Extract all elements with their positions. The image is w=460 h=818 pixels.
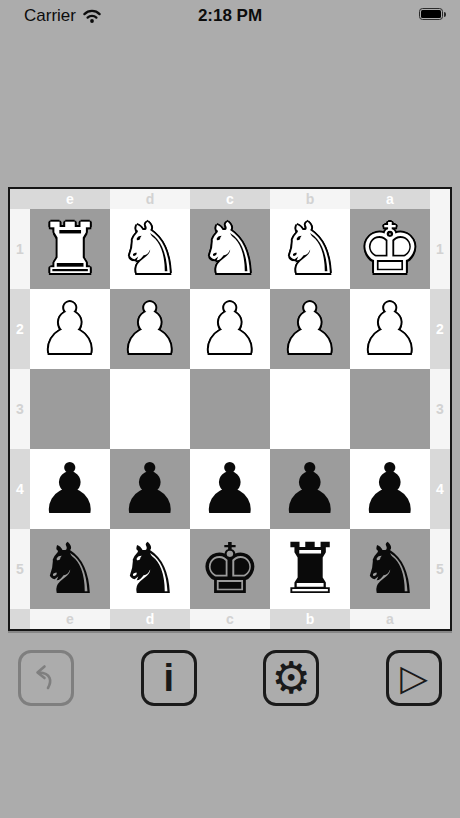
square-b2[interactable]: ♟	[270, 289, 350, 369]
piece-white-knight: ♞	[119, 209, 182, 289]
square-e4[interactable]: ♟	[30, 449, 110, 529]
rank-label-5: 5	[10, 529, 30, 609]
toolbar: i ⚙ ▷	[18, 649, 442, 706]
gear-icon: ⚙	[272, 656, 311, 700]
piece-white-king: ♚	[359, 209, 422, 289]
square-b3[interactable]	[270, 369, 350, 449]
square-a1[interactable]: ♚	[350, 209, 430, 289]
square-b5[interactable]: ♜	[270, 529, 350, 609]
piece-black-knight: ♞	[359, 529, 422, 609]
rank-label-5: 5	[430, 529, 450, 609]
rank-label-4: 4	[430, 449, 450, 529]
gutter-corner	[430, 609, 450, 629]
gutter-corner	[10, 609, 30, 629]
piece-white-pawn: ♟	[119, 289, 182, 369]
play-button[interactable]: ▷	[386, 650, 442, 706]
info-icon: i	[163, 659, 174, 697]
piece-black-pawn: ♟	[359, 449, 422, 529]
square-c5[interactable]: ♚	[190, 529, 270, 609]
undo-button[interactable]	[18, 650, 74, 706]
piece-white-pawn: ♟	[199, 289, 262, 369]
clock: 2:18 PM	[0, 6, 460, 26]
rank-label-3: 3	[10, 369, 30, 449]
square-d1[interactable]: ♞	[110, 209, 190, 289]
square-c2[interactable]: ♟	[190, 289, 270, 369]
file-label-d: d	[110, 189, 190, 209]
square-a2[interactable]: ♟	[350, 289, 430, 369]
square-e3[interactable]	[30, 369, 110, 449]
file-label-a: a	[350, 189, 430, 209]
play-icon: ▷	[400, 660, 428, 696]
rank-label-1: 1	[430, 209, 450, 289]
square-c1[interactable]: ♞	[190, 209, 270, 289]
piece-black-king: ♚	[199, 529, 262, 609]
square-c3[interactable]	[190, 369, 270, 449]
square-a5[interactable]: ♞	[350, 529, 430, 609]
piece-black-knight: ♞	[39, 529, 102, 609]
rank-label-2: 2	[430, 289, 450, 369]
square-e5[interactable]: ♞	[30, 529, 110, 609]
rank-label-1: 1	[10, 209, 30, 289]
square-d5[interactable]: ♞	[110, 529, 190, 609]
file-label-c: c	[190, 189, 270, 209]
piece-white-rook: ♜	[39, 209, 102, 289]
piece-black-pawn: ♟	[279, 449, 342, 529]
file-label-b: b	[270, 189, 350, 209]
square-e2[interactable]: ♟	[30, 289, 110, 369]
piece-black-rook: ♜	[279, 529, 342, 609]
settings-button[interactable]: ⚙	[263, 650, 319, 706]
undo-icon	[29, 661, 63, 695]
gutter-corner	[430, 189, 450, 209]
gutter-corner	[10, 189, 30, 209]
file-label-a: a	[350, 609, 430, 629]
square-d2[interactable]: ♟	[110, 289, 190, 369]
square-a4[interactable]: ♟	[350, 449, 430, 529]
rank-label-4: 4	[10, 449, 30, 529]
piece-white-pawn: ♟	[359, 289, 422, 369]
piece-black-pawn: ♟	[119, 449, 182, 529]
status-bar: Carrier 2:18 PM	[0, 0, 460, 40]
piece-white-knight: ♞	[199, 209, 262, 289]
rank-label-3: 3	[430, 369, 450, 449]
piece-black-pawn: ♟	[39, 449, 102, 529]
file-label-e: e	[30, 609, 110, 629]
piece-white-pawn: ♟	[39, 289, 102, 369]
square-d3[interactable]	[110, 369, 190, 449]
piece-black-pawn: ♟	[199, 449, 262, 529]
info-button[interactable]: i	[141, 650, 197, 706]
square-a3[interactable]	[350, 369, 430, 449]
file-label-b: b	[270, 609, 350, 629]
square-c4[interactable]: ♟	[190, 449, 270, 529]
piece-white-pawn: ♟	[279, 289, 342, 369]
square-d4[interactable]: ♟	[110, 449, 190, 529]
piece-white-knight: ♞	[279, 209, 342, 289]
file-label-c: c	[190, 609, 270, 629]
battery-icon	[419, 8, 446, 20]
file-label-d: d	[110, 609, 190, 629]
square-e1[interactable]: ♜	[30, 209, 110, 289]
file-label-e: e	[30, 189, 110, 209]
square-b1[interactable]: ♞	[270, 209, 350, 289]
chess-board: e d c b a 1 ♜ ♞ ♞ ♞ ♚ 1 2 ♟ ♟ ♟ ♟ ♟ 2 3 …	[8, 187, 452, 631]
square-b4[interactable]: ♟	[270, 449, 350, 529]
rank-label-2: 2	[10, 289, 30, 369]
piece-black-knight: ♞	[119, 529, 182, 609]
